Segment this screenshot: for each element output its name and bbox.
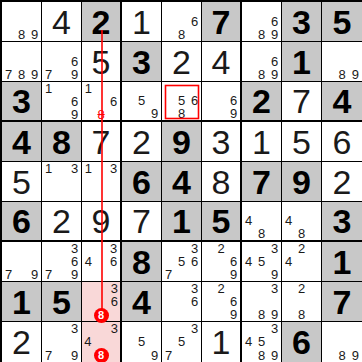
cell-r3c5[interactable]: 568 [162, 82, 202, 122]
pencil-marks: 348 [82, 322, 120, 362]
candidate-8: 8 [15, 68, 28, 81]
cell-r6c9[interactable]: 3 [322, 202, 362, 242]
pencil-marks: 368 [82, 282, 120, 321]
candidate-3: 3 [188, 322, 201, 335]
cell-r4c9[interactable]: 6 [322, 122, 362, 162]
given-digit: 6 [282, 322, 321, 362]
solved-digit: 5 [2, 162, 41, 201]
solved-digit: 4 [202, 42, 240, 81]
pencil-marks: 357 [162, 322, 201, 362]
pencil-marks: 89 [322, 322, 362, 362]
candidate-7: 7 [2, 268, 15, 281]
candidate-8: 8 [175, 28, 188, 41]
candidate-7: 7 [42, 68, 55, 81]
given-digit: 5 [42, 282, 81, 321]
cell-r4c3[interactable]: 7 [82, 122, 122, 162]
candidate-9: 9 [227, 268, 240, 281]
pencil-marks: 346 [82, 242, 120, 281]
cell-r2c6[interactable]: 4 [202, 42, 242, 82]
candidate-7: 7 [42, 349, 55, 362]
circled-candidate-8: 8 [94, 348, 109, 362]
pencil-marks: 168 [82, 82, 120, 120]
cell-r1c5[interactable]: 68 [162, 2, 202, 42]
cell-r7c8[interactable]: 24 [282, 242, 322, 282]
cell-r8c3[interactable]: 368 [82, 282, 122, 322]
pencil-marks: 68 [162, 2, 201, 41]
candidate-5: 5 [175, 335, 188, 348]
circled-candidate-8: 8 [94, 308, 109, 323]
pencil-marks: 59 [122, 322, 161, 362]
pencil-marks: 389 [242, 282, 281, 321]
candidate-8: 8 [335, 349, 348, 362]
candidate-9: 9 [349, 68, 362, 81]
candidate-3: 3 [68, 162, 81, 175]
candidate-8: 8 [255, 68, 268, 81]
candidate-5: 5 [135, 335, 148, 348]
given-digit: 4 [162, 162, 201, 201]
cell-r6c5[interactable]: 1 [162, 202, 202, 242]
candidate-7: 7 [162, 349, 175, 362]
given-digit: 5 [202, 202, 240, 240]
cell-r7c4[interactable]: 8 [122, 242, 162, 282]
cell-r4c8[interactable]: 5 [282, 122, 322, 162]
cell-r3c9[interactable]: 4 [322, 82, 362, 122]
pencil-marks: 36 [162, 282, 201, 321]
chain-node-disc: 8 [94, 308, 109, 323]
cell-r7c9[interactable]: 1 [322, 242, 362, 282]
solved-digit: 7 [282, 82, 321, 120]
cell-r5c1[interactable]: 5 [2, 162, 42, 202]
cell-r7c6[interactable]: 269 [202, 242, 242, 282]
solved-digit: 3 [202, 122, 240, 161]
candidate-6: 6 [188, 15, 201, 28]
candidate-9: 9 [268, 268, 281, 281]
candidate-6: 6 [107, 95, 120, 108]
cell-r4c7[interactable]: 1 [242, 122, 282, 162]
sudoku-board: 8942168768935789679532468918931691685956… [0, 0, 362, 362]
cell-r6c6[interactable]: 5 [202, 202, 242, 242]
cell-r5c6[interactable]: 8 [202, 162, 242, 202]
cell-r1c6[interactable]: 7 [202, 2, 242, 42]
candidate-6: 6 [188, 295, 201, 308]
cell-r4c1[interactable]: 4 [2, 122, 42, 162]
cell-r3c1[interactable]: 3 [2, 82, 42, 122]
solved-digit: 1 [242, 122, 281, 161]
cell-r6c7[interactable]: 48 [242, 202, 282, 242]
given-digit: 3 [122, 42, 161, 81]
given-digit: 3 [2, 82, 41, 120]
given-digit: 4 [322, 82, 362, 120]
pencil-marks: 34589 [242, 322, 281, 362]
pencil-marks: 3459 [242, 242, 281, 281]
cell-r6c8[interactable]: 48 [282, 202, 322, 242]
candidate-4: 4 [82, 335, 94, 348]
cell-r8c1[interactable]: 1 [2, 282, 42, 322]
given-digit: 7 [322, 282, 362, 321]
given-digit: 1 [162, 202, 201, 240]
candidate-5: 5 [255, 255, 268, 268]
solved-digit: 5 [82, 42, 120, 81]
candidate-6: 6 [107, 255, 120, 268]
cell-r8c6[interactable]: 269 [202, 282, 242, 322]
cell-r3c4[interactable]: 59 [122, 82, 162, 122]
candidate-5: 5 [255, 335, 268, 348]
cell-r3c3[interactable]: 168 [82, 82, 122, 122]
given-digit: 7 [242, 162, 281, 201]
cell-r2c1[interactable]: 789 [2, 42, 42, 82]
candidate-4: 4 [282, 255, 295, 268]
candidate-4: 4 [242, 335, 255, 348]
pencil-marks: 169 [42, 82, 81, 120]
cell-r5c9[interactable]: 2 [322, 162, 362, 202]
candidate-9: 9 [227, 107, 240, 120]
cell-r5c5[interactable]: 4 [162, 162, 202, 202]
cell-r6c4[interactable]: 7 [122, 202, 162, 242]
candidate-9: 9 [68, 108, 81, 121]
pencil-marks: 69 [202, 82, 240, 120]
cell-r3c7[interactable]: 2 [242, 82, 282, 122]
candidate-9: 9 [268, 28, 281, 41]
solved-digit: 2 [322, 162, 362, 201]
given-digit: 8 [122, 242, 161, 281]
candidate-1: 1 [82, 162, 95, 175]
cell-r7c2[interactable]: 3679 [42, 242, 82, 282]
candidate-2: 2 [295, 282, 308, 295]
given-digit: 1 [322, 242, 362, 281]
given-digit: 1 [2, 282, 41, 321]
pencil-marks: 13 [42, 162, 81, 201]
cell-r4c2[interactable]: 8 [42, 122, 82, 162]
cell-r1c2[interactable]: 4 [42, 2, 82, 42]
pencil-marks: 59 [122, 82, 161, 120]
candidate-4: 4 [82, 255, 95, 268]
solved-digit: 1 [122, 2, 161, 41]
pencil-marks: 79 [2, 242, 41, 281]
cell-r7c7[interactable]: 3459 [242, 242, 282, 282]
candidate-8: 8 [255, 28, 268, 41]
pencil-marks: 89 [322, 42, 362, 81]
cell-r1c8[interactable]: 3 [282, 2, 322, 42]
candidate-9: 9 [28, 268, 41, 281]
solved-digit: 8 [202, 162, 240, 201]
given-digit: 9 [162, 122, 201, 161]
solved-digit: 7 [82, 122, 120, 161]
pencil-marks: 48 [242, 202, 281, 240]
pencil-marks: 269 [202, 282, 240, 321]
candidate-9: 9 [227, 308, 240, 321]
candidate-2: 2 [215, 282, 228, 295]
pencil-marks: 689 [242, 42, 281, 81]
cell-r9c1[interactable]: 2 [2, 322, 42, 362]
cell-r1c3[interactable]: 2 [82, 2, 122, 42]
cell-r6c1[interactable]: 6 [2, 202, 42, 242]
cell-r1c1[interactable]: 89 [2, 2, 42, 42]
candidate-9: 9 [148, 349, 161, 362]
cell-r8c2[interactable]: 5 [42, 282, 82, 322]
cell-r9c2[interactable]: 379 [42, 322, 82, 362]
candidate-9: 9 [148, 107, 161, 120]
candidate-4: 4 [242, 214, 255, 227]
given-digit: 3 [322, 202, 362, 240]
pencil-marks: 28 [282, 282, 321, 321]
candidate-5: 5 [175, 255, 188, 268]
candidate-3: 3 [268, 282, 281, 295]
given-digit: 2 [82, 2, 120, 41]
cell-r9c9[interactable]: 89 [322, 322, 362, 362]
solved-digit: 4 [42, 2, 81, 41]
cell-r7c5[interactable]: 3567 [162, 242, 202, 282]
solved-digit: 2 [2, 322, 41, 362]
candidate-9: 9 [68, 349, 81, 362]
candidate-5: 5 [135, 94, 148, 107]
candidate-3: 3 [268, 242, 281, 255]
cell-r9c4[interactable]: 59 [122, 322, 162, 362]
candidate-6: 6 [188, 94, 201, 107]
cell-r2c4[interactable]: 3 [122, 42, 162, 82]
cell-r5c8[interactable]: 9 [282, 162, 322, 202]
cell-r8c8[interactable]: 28 [282, 282, 322, 322]
candidate-4: 4 [242, 255, 255, 268]
solved-digit: 2 [162, 42, 201, 81]
given-digit: 6 [122, 162, 161, 201]
candidate-8: 8 [255, 308, 268, 321]
candidate-9: 9 [268, 308, 281, 321]
candidate-8: 8 [175, 107, 188, 120]
solved-digit: 2 [42, 202, 81, 240]
cell-r8c7[interactable]: 389 [242, 282, 282, 322]
candidate-9: 9 [268, 68, 281, 81]
pencil-marks: 48 [282, 202, 321, 240]
cell-r3c8[interactable]: 7 [282, 82, 322, 122]
pencil-marks: 379 [42, 322, 81, 362]
given-digit: 6 [2, 202, 41, 240]
candidate-8: 8 [335, 68, 348, 81]
candidate-4: 4 [282, 214, 295, 227]
cell-r8c9[interactable]: 7 [322, 282, 362, 322]
candidate-6: 6 [188, 255, 201, 268]
solved-digit: 9 [82, 202, 120, 240]
cell-r4c5[interactable]: 9 [162, 122, 202, 162]
pencil-marks: 269 [202, 242, 240, 281]
given-digit: 1 [282, 42, 321, 81]
given-digit: 2 [242, 82, 281, 120]
cell-r9c8[interactable]: 6 [282, 322, 322, 362]
candidate-1: 1 [82, 82, 95, 95]
cell-r9c7[interactable]: 34589 [242, 322, 282, 362]
candidate-8: 8 [255, 227, 268, 240]
candidate-9: 9 [268, 349, 281, 362]
pencil-marks: 89 [2, 2, 41, 41]
cell-r3c2[interactable]: 169 [42, 82, 82, 122]
given-digit: 3 [282, 2, 321, 41]
candidate-8: 8 [15, 28, 28, 41]
given-digit: 7 [202, 2, 240, 41]
cell-r1c7[interactable]: 689 [242, 2, 282, 42]
candidate-9: 9 [349, 349, 362, 362]
cell-r2c3[interactable]: 5 [82, 42, 122, 82]
candidate-8: 8 [295, 308, 308, 321]
cell-r2c2[interactable]: 679 [42, 42, 82, 82]
candidate-1: 1 [42, 162, 55, 175]
solved-digit: 1 [202, 322, 240, 362]
cell-r5c4[interactable]: 6 [122, 162, 162, 202]
cell-r3c6[interactable]: 69 [202, 82, 242, 122]
cell-r6c2[interactable]: 2 [42, 202, 82, 242]
cell-r5c7[interactable]: 7 [242, 162, 282, 202]
cell-r1c4[interactable]: 1 [122, 2, 162, 42]
cell-r2c8[interactable]: 1 [282, 42, 322, 82]
given-digit: 4 [2, 122, 41, 161]
candidate-1: 1 [42, 82, 55, 95]
cell-r4c4[interactable]: 2 [122, 122, 162, 162]
cell-r8c5[interactable]: 36 [162, 282, 202, 322]
cell-r9c5[interactable]: 357 [162, 322, 202, 362]
pencil-marks: 13 [82, 162, 120, 201]
chain-node-disc: 8 [94, 348, 109, 362]
pencil-marks: 568 [162, 82, 201, 120]
candidate-9: 9 [28, 68, 41, 81]
cell-r2c9[interactable]: 89 [322, 42, 362, 82]
candidate-7: 7 [162, 268, 175, 281]
eliminated-candidate-8: 8 [95, 108, 108, 121]
given-digit: 5 [322, 2, 362, 41]
cell-r5c2[interactable]: 13 [42, 162, 82, 202]
cell-r1c9[interactable]: 5 [322, 2, 362, 42]
given-digit: 9 [282, 162, 321, 201]
candidate-2: 2 [295, 242, 308, 255]
pencil-marks: 679 [42, 42, 81, 81]
cell-r6c3[interactable]: 9 [82, 202, 122, 242]
solved-digit: 6 [322, 122, 362, 161]
cell-r8c4[interactable]: 4 [122, 282, 162, 322]
candidate-9: 9 [28, 28, 41, 41]
candidate-9: 9 [68, 68, 81, 81]
candidate-3: 3 [109, 322, 121, 335]
pencil-marks: 689 [242, 2, 281, 41]
solved-digit: 5 [282, 122, 321, 161]
cell-r9c3[interactable]: 348 [82, 322, 122, 362]
cell-r2c5[interactable]: 2 [162, 42, 202, 82]
candidate-3: 3 [268, 322, 281, 335]
cell-r7c3[interactable]: 346 [82, 242, 122, 282]
given-digit: 8 [42, 122, 81, 161]
pencil-marks: 3679 [42, 242, 81, 281]
solved-digit: 2 [122, 122, 161, 161]
candidate-7: 7 [2, 68, 15, 81]
pencil-marks: 3567 [162, 242, 201, 281]
candidate-7: 7 [42, 268, 55, 281]
candidate-3: 3 [107, 162, 120, 175]
given-digit: 4 [122, 282, 161, 321]
cell-r4c6[interactable]: 3 [202, 122, 242, 162]
pencil-marks: 24 [282, 242, 321, 281]
cell-r9c6[interactable]: 1 [202, 322, 242, 362]
candidate-8: 8 [255, 349, 268, 362]
candidate-3: 3 [68, 322, 81, 335]
cell-r5c3[interactable]: 13 [82, 162, 122, 202]
cell-r7c1[interactable]: 79 [2, 242, 42, 282]
solved-digit: 7 [122, 202, 161, 240]
candidate-6: 6 [109, 295, 121, 308]
candidate-9: 9 [68, 268, 81, 281]
candidate-2: 2 [215, 242, 228, 255]
cell-r2c7[interactable]: 689 [242, 42, 282, 82]
candidate-8: 8 [295, 227, 308, 240]
pencil-marks: 789 [2, 42, 41, 81]
